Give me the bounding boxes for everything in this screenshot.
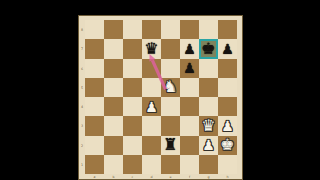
square-c3[interactable] [123,116,142,135]
square-e3[interactable] [161,116,180,135]
rank-label-3: 3 [80,121,83,132]
square-e1[interactable] [161,155,180,174]
square-g5[interactable] [199,78,218,97]
square-b6[interactable] [104,59,123,78]
square-h4[interactable] [218,97,237,116]
square-g1[interactable] [199,155,218,174]
square-h1[interactable] [218,155,237,174]
rank-label-2: 2 [80,140,83,151]
square-a6[interactable] [85,59,104,78]
rank-label-6: 6 [80,63,83,74]
piece-black-pawn[interactable]: ♟ [183,41,196,55]
square-b4[interactable] [104,97,123,116]
square-e4[interactable] [161,97,180,116]
file-label-b: b [108,174,118,177]
square-d1[interactable] [142,155,161,174]
square-a3[interactable] [85,116,104,135]
square-c1[interactable] [123,155,142,174]
square-d3[interactable] [142,116,161,135]
square-e7[interactable] [161,39,180,58]
square-b3[interactable] [104,116,123,135]
square-e5[interactable]: ♞ [161,78,180,97]
square-g4[interactable] [199,97,218,116]
square-g3[interactable]: ♛ [199,116,218,135]
square-h3[interactable]: ♟ [218,116,237,135]
video-frame: 87654321 abcdefgh ♛♟♚♟♟♞♟♛♟♜♟♚ [0,0,320,180]
file-label-e: e [165,174,175,177]
square-c5[interactable] [123,78,142,97]
square-a7[interactable] [85,39,104,58]
square-c6[interactable] [123,59,142,78]
square-g2[interactable]: ♟ [199,136,218,155]
square-d5[interactable] [142,78,161,97]
piece-white-pawn[interactable]: ♟ [221,118,234,132]
rank-label-4: 4 [80,101,83,112]
square-g7-highlighted[interactable]: ♚ [199,39,218,58]
square-d6[interactable] [142,59,161,78]
square-c8[interactable] [123,20,142,39]
piece-white-pawn[interactable]: ♟ [145,99,158,113]
rank-label-5: 5 [80,82,83,93]
piece-white-queen[interactable]: ♛ [201,117,215,133]
square-h5[interactable] [218,78,237,97]
piece-black-king[interactable]: ♚ [201,40,215,56]
square-f8[interactable] [180,20,199,39]
file-label-f: f [184,174,194,177]
square-c7[interactable] [123,39,142,58]
piece-black-rook[interactable]: ♜ [163,137,177,153]
square-f4[interactable] [180,97,199,116]
square-e2[interactable]: ♜ [161,136,180,155]
square-a8[interactable] [85,20,104,39]
square-b5[interactable] [104,78,123,97]
piece-white-pawn[interactable]: ♟ [202,138,215,152]
piece-black-queen[interactable]: ♛ [144,40,158,56]
square-c4[interactable] [123,97,142,116]
square-b2[interactable] [104,136,123,155]
square-a4[interactable] [85,97,104,116]
square-f6[interactable]: ♟ [180,59,199,78]
square-c2[interactable] [123,136,142,155]
square-f1[interactable] [180,155,199,174]
square-e8[interactable] [161,20,180,39]
file-label-h: h [222,174,232,177]
square-a1[interactable] [85,155,104,174]
square-f7[interactable]: ♟ [180,39,199,58]
square-g6[interactable] [199,59,218,78]
square-d8[interactable] [142,20,161,39]
square-b1[interactable] [104,155,123,174]
square-e6[interactable] [161,59,180,78]
square-a2[interactable] [85,136,104,155]
square-g8[interactable] [199,20,218,39]
square-h2[interactable]: ♚ [218,136,237,155]
square-b7[interactable] [104,39,123,58]
file-label-g: g [203,174,213,177]
square-d2[interactable] [142,136,161,155]
piece-white-king[interactable]: ♚ [220,137,234,153]
board-grid: ♛♟♚♟♟♞♟♛♟♜♟♚ [85,20,237,174]
square-f2[interactable] [180,136,199,155]
square-h8[interactable] [218,20,237,39]
square-d4[interactable]: ♟ [142,97,161,116]
rank-label-7: 7 [80,44,83,55]
piece-black-pawn[interactable]: ♟ [183,61,196,75]
square-b8[interactable] [104,20,123,39]
square-h7[interactable]: ♟ [218,39,237,58]
square-d7[interactable]: ♛ [142,39,161,58]
file-label-a: a [89,174,99,177]
file-label-c: c [127,174,137,177]
square-a5[interactable] [85,78,104,97]
file-label-d: d [146,174,156,177]
rank-label-1: 1 [80,159,83,170]
square-h6[interactable] [218,59,237,78]
piece-black-pawn[interactable]: ♟ [221,41,234,55]
rank-label-8: 8 [80,24,83,35]
piece-white-knight[interactable]: ♞ [163,79,177,95]
square-f5[interactable] [180,78,199,97]
chessboard: 87654321 abcdefgh ♛♟♚♟♟♞♟♛♟♜♟♚ [78,15,243,180]
square-f3[interactable] [180,116,199,135]
